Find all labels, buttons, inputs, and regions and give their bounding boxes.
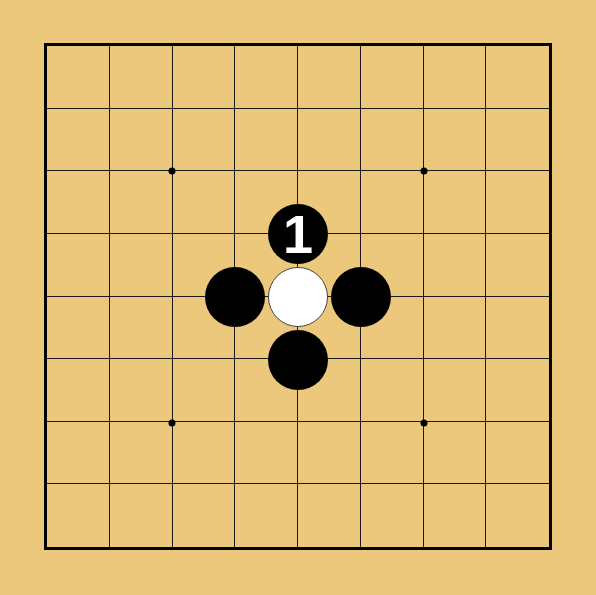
grid-cell [47,422,110,485]
grid-cell [110,422,173,485]
grid-cell [298,234,361,297]
grid-cell [47,297,110,360]
go-diagram: 1 [0,0,596,595]
grid-cell [298,484,361,547]
grid-cell [486,234,549,297]
grid-cell [173,46,236,109]
grid-cell [47,109,110,172]
grid-cell [298,171,361,234]
grid-cell [47,484,110,547]
grid-cell [486,359,549,422]
grid-cell [110,46,173,109]
grid-cell [47,171,110,234]
grid-cell [361,359,424,422]
grid-cell [110,109,173,172]
grid-cell [424,46,487,109]
grid-cell [298,359,361,422]
grid-cell [173,422,236,485]
grid-cell [486,297,549,360]
grid-cell [424,234,487,297]
grid-cell [47,359,110,422]
grid-cell [173,109,236,172]
grid-cell [361,422,424,485]
grid-cell [361,484,424,547]
grid-cell [47,234,110,297]
grid-cell [235,234,298,297]
grid-cell [173,297,236,360]
grid-cell [110,171,173,234]
grid-cell [361,109,424,172]
grid-cell [486,422,549,485]
grid-cell [235,484,298,547]
grid-cell [235,297,298,360]
grid-cell [486,171,549,234]
grid-cell [235,109,298,172]
grid-cell [424,422,487,485]
grid-cell [298,422,361,485]
grid-cell [173,359,236,422]
grid-cell [173,171,236,234]
grid-cell [486,109,549,172]
grid-cell [424,171,487,234]
grid-cell [486,46,549,109]
grid-cell [110,234,173,297]
grid-cell [361,46,424,109]
grid-cell [173,484,236,547]
grid-cell [361,234,424,297]
grid-cell [235,359,298,422]
grid-cell [110,484,173,547]
grid-cell [424,297,487,360]
grid-cell [424,484,487,547]
grid-cell [235,46,298,109]
grid-cell [361,171,424,234]
grid-cell [298,297,361,360]
grid-cell [110,359,173,422]
grid-cell [424,109,487,172]
grid-cell [47,46,110,109]
grid-cell [298,46,361,109]
grid-cell [235,422,298,485]
grid-cell [424,359,487,422]
go-board [44,43,552,550]
grid-cell [110,297,173,360]
grid-cell [173,234,236,297]
grid-cell [235,171,298,234]
grid-cell [486,484,549,547]
grid-cell [298,109,361,172]
grid-cell [361,297,424,360]
